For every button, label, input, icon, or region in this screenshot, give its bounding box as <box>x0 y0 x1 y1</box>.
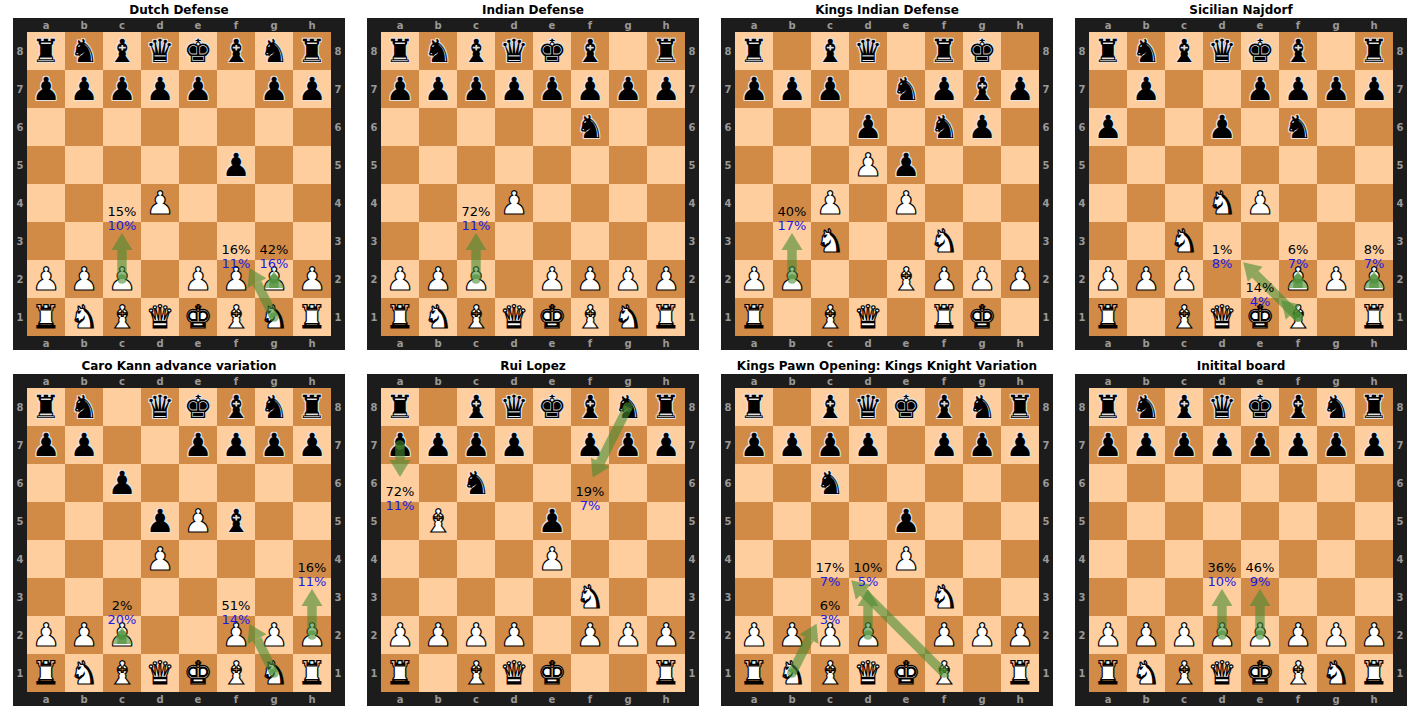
square-b2: ♟ <box>419 616 457 654</box>
square-b7: ♟ <box>773 70 811 108</box>
black-rook-piece: ♜ <box>1001 388 1039 426</box>
square-f7: ♟ <box>571 70 609 108</box>
rank-label-right: 1 <box>1397 668 1404 679</box>
black-rook-piece: ♜ <box>647 32 685 70</box>
square-f2: ♟ <box>571 260 609 298</box>
square-a4 <box>735 540 773 578</box>
white-bishop-piece: ♝ <box>419 502 457 540</box>
square-a4 <box>381 540 419 578</box>
file-label-bottom: d <box>1218 338 1225 349</box>
square-f5: ♟ <box>217 146 255 184</box>
square-g2: ♟ <box>609 260 647 298</box>
pct-secondary-text: 8% <box>1200 257 1244 271</box>
move-stats-label: 72%11% <box>378 485 422 513</box>
square-g6 <box>1317 108 1355 146</box>
black-pawn-piece: ♟ <box>103 464 141 502</box>
square-f2: ♟ <box>1279 616 1317 654</box>
square-d5 <box>1203 146 1241 184</box>
square-c7: ♟ <box>811 426 849 464</box>
rank-label-left: 2 <box>725 274 732 285</box>
pct-primary-text: 8% <box>1352 243 1396 257</box>
square-e3 <box>533 578 571 616</box>
square-g5 <box>609 502 647 540</box>
file-label-top: b <box>434 20 441 31</box>
square-g1 <box>963 654 1001 692</box>
black-king-piece: ♚ <box>179 388 217 426</box>
square-e1: ♚ <box>533 654 571 692</box>
square-g2: ♟ <box>1317 260 1355 298</box>
square-f4 <box>925 540 963 578</box>
square-d7: ♟ <box>495 426 533 464</box>
rank-label-left: 1 <box>725 312 732 323</box>
file-label-top: h <box>1016 20 1023 31</box>
file-label-bottom: b <box>434 694 441 705</box>
square-h1: ♜ <box>1001 654 1039 692</box>
square-d3 <box>141 222 179 260</box>
file-label-bottom: a <box>43 338 50 349</box>
square-g2: ♟ <box>1317 616 1355 654</box>
white-rook-piece: ♜ <box>1089 298 1127 336</box>
file-label-bottom: h <box>662 694 669 705</box>
opening-board-panel: Caro Kann advance variationaabbccddeeffg… <box>2 358 356 706</box>
black-pawn-piece: ♟ <box>1165 426 1203 464</box>
file-label-top: e <box>195 20 202 31</box>
square-g7: ♟ <box>1317 70 1355 108</box>
square-f1: ♝ <box>1279 298 1317 336</box>
square-c6 <box>103 108 141 146</box>
black-knight-piece: ♞ <box>811 464 849 502</box>
black-knight-piece: ♞ <box>609 388 647 426</box>
square-a6 <box>27 464 65 502</box>
rank-label-right: 2 <box>1397 630 1404 641</box>
white-knight-piece: ♞ <box>65 298 103 336</box>
square-b3 <box>65 222 103 260</box>
board-grid: ♜♝♛♜♚♟♟♟♞♟♝♟♟♞♟♟♟♟♟♞♞♟♟♝♟♟♟♜♝♛♜♚ <box>735 32 1039 336</box>
white-pawn-piece: ♟ <box>609 260 647 298</box>
square-h7: ♟ <box>293 426 331 464</box>
black-pawn-piece: ♟ <box>1203 108 1241 146</box>
square-e1: ♚ <box>887 654 925 692</box>
square-b4 <box>773 540 811 578</box>
rank-label-right: 3 <box>1397 592 1404 603</box>
white-pawn-piece: ♟ <box>1001 260 1039 298</box>
square-a8: ♜ <box>735 32 773 70</box>
black-king-piece: ♚ <box>887 388 925 426</box>
rank-label-left: 8 <box>725 46 732 57</box>
white-queen-piece: ♛ <box>495 298 533 336</box>
square-a3 <box>735 578 773 616</box>
square-c8 <box>103 388 141 426</box>
black-pawn-piece: ♟ <box>1279 426 1317 464</box>
rank-label-left: 2 <box>1079 274 1086 285</box>
black-bishop-piece: ♝ <box>457 32 495 70</box>
square-c8: ♝ <box>1165 388 1203 426</box>
rank-label-right: 2 <box>1043 274 1050 285</box>
rank-label-right: 3 <box>1043 592 1050 603</box>
pct-primary-text: 72% <box>378 485 422 499</box>
white-pawn-piece: ♟ <box>179 502 217 540</box>
file-label-top: d <box>864 20 871 31</box>
white-pawn-piece: ♟ <box>609 616 647 654</box>
square-h1: ♜ <box>647 654 685 692</box>
square-a5 <box>27 146 65 184</box>
black-bishop-piece: ♝ <box>811 32 849 70</box>
black-rook-piece: ♜ <box>293 32 331 70</box>
square-c7: ♟ <box>457 70 495 108</box>
white-knight-piece: ♞ <box>65 654 103 692</box>
square-d6 <box>495 464 533 502</box>
square-b1 <box>773 298 811 336</box>
file-label-top: f <box>234 376 238 387</box>
square-g7: ♟ <box>255 426 293 464</box>
square-h4 <box>1355 184 1393 222</box>
square-d7 <box>849 70 887 108</box>
white-pawn-piece: ♟ <box>571 260 609 298</box>
square-g8 <box>609 32 647 70</box>
square-f3: ♞ <box>571 578 609 616</box>
square-a4 <box>1089 184 1127 222</box>
square-g4 <box>609 184 647 222</box>
square-b3 <box>419 222 457 260</box>
white-queen-piece: ♛ <box>1203 654 1241 692</box>
black-pawn-piece: ♟ <box>925 426 963 464</box>
rank-label-right: 6 <box>689 122 696 133</box>
file-label-bottom: b <box>434 338 441 349</box>
board-grid: ♜♝♛♚♝♞♜♟♟♟♟♟♟♟♞♝♟♟♞♟♟♟♟♟♟♟♜♝♛♚♜ <box>381 388 685 692</box>
rank-label-left: 4 <box>1079 198 1086 209</box>
square-b2: ♟ <box>65 616 103 654</box>
white-rook-piece: ♜ <box>27 298 65 336</box>
black-pawn-piece: ♟ <box>1241 426 1279 464</box>
white-knight-piece: ♞ <box>1203 184 1241 222</box>
square-a2: ♟ <box>381 616 419 654</box>
file-label-bottom: c <box>473 694 479 705</box>
square-g6 <box>609 464 647 502</box>
black-pawn-piece: ♟ <box>1317 426 1355 464</box>
square-f6 <box>217 464 255 502</box>
black-pawn-piece: ♟ <box>1127 426 1165 464</box>
square-c2: ♟ <box>1165 616 1203 654</box>
rank-label-left: 5 <box>371 516 378 527</box>
square-b4 <box>65 540 103 578</box>
rank-label-right: 7 <box>335 84 342 95</box>
square-c1: ♝ <box>811 654 849 692</box>
square-b1: ♞ <box>1127 654 1165 692</box>
square-h1: ♜ <box>1355 298 1393 336</box>
rank-label-left: 7 <box>725 440 732 451</box>
file-label-bottom: d <box>864 694 871 705</box>
black-knight-piece: ♞ <box>887 70 925 108</box>
square-b7: ♟ <box>1127 70 1165 108</box>
square-c6 <box>1165 108 1203 146</box>
square-c7: ♟ <box>811 70 849 108</box>
square-b7: ♟ <box>65 70 103 108</box>
square-g3 <box>609 578 647 616</box>
black-pawn-piece: ♟ <box>419 70 457 108</box>
rank-label-left: 4 <box>371 554 378 565</box>
black-pawn-piece: ♟ <box>1127 70 1165 108</box>
square-g6 <box>609 108 647 146</box>
square-a1: ♜ <box>27 298 65 336</box>
square-d1: ♛ <box>141 654 179 692</box>
pct-secondary-text: 16% <box>252 257 296 271</box>
square-b6 <box>419 464 457 502</box>
square-d2: ♟ <box>1203 616 1241 654</box>
square-a3 <box>1089 578 1127 616</box>
square-b3 <box>65 578 103 616</box>
rank-label-left: 6 <box>725 478 732 489</box>
file-label-bottom: c <box>473 338 479 349</box>
square-g1 <box>1317 298 1355 336</box>
square-a1: ♜ <box>27 654 65 692</box>
square-b7: ♟ <box>773 426 811 464</box>
rank-label-left: 8 <box>725 402 732 413</box>
opening-board-panel: Dutch Defenseaabbccddeeffgghh88776655443… <box>2 2 356 350</box>
file-label-top: a <box>1105 376 1112 387</box>
file-label-bottom: e <box>549 694 556 705</box>
square-g1: ♞ <box>255 654 293 692</box>
white-queen-piece: ♛ <box>495 654 533 692</box>
pct-primary-text: 2% <box>100 599 144 613</box>
white-pawn-piece: ♟ <box>1203 616 1241 654</box>
file-label-bottom: h <box>1370 694 1377 705</box>
file-label-top: h <box>1370 376 1377 387</box>
square-f6 <box>217 108 255 146</box>
rank-label-right: 4 <box>335 198 342 209</box>
square-g5 <box>609 146 647 184</box>
file-label-bottom: a <box>751 338 758 349</box>
file-label-top: g <box>978 20 985 31</box>
square-e7: ♟ <box>533 70 571 108</box>
square-h4 <box>1001 540 1039 578</box>
square-e4: ♟ <box>887 184 925 222</box>
black-queen-piece: ♛ <box>141 388 179 426</box>
rank-label-right: 6 <box>1397 478 1404 489</box>
square-c7: ♟ <box>103 70 141 108</box>
white-knight-piece: ♞ <box>255 654 293 692</box>
file-label-top: f <box>942 20 946 31</box>
black-pawn-piece: ♟ <box>1355 70 1393 108</box>
pct-primary-text: 1% <box>1200 243 1244 257</box>
pct-secondary-text: 17% <box>770 219 814 233</box>
square-h6 <box>647 464 685 502</box>
square-a1: ♜ <box>1089 654 1127 692</box>
rank-label-right: 8 <box>689 402 696 413</box>
rank-label-left: 3 <box>371 592 378 603</box>
square-f8: ♝ <box>1279 388 1317 426</box>
white-pawn-piece: ♟ <box>1317 616 1355 654</box>
square-h2: ♟ <box>293 616 331 654</box>
square-a8: ♜ <box>1089 388 1127 426</box>
square-g2: ♟ <box>963 260 1001 298</box>
white-knight-piece: ♞ <box>925 578 963 616</box>
file-label-bottom: c <box>1181 694 1187 705</box>
square-c1: ♝ <box>811 298 849 336</box>
file-label-top: d <box>1218 376 1225 387</box>
white-pawn-piece: ♟ <box>255 616 293 654</box>
rank-label-right: 8 <box>1043 46 1050 57</box>
rank-label-left: 3 <box>725 592 732 603</box>
black-pawn-piece: ♟ <box>381 70 419 108</box>
black-pawn-piece: ♟ <box>65 426 103 464</box>
white-bishop-piece: ♝ <box>811 298 849 336</box>
file-label-bottom: e <box>1257 338 1264 349</box>
square-e2: ♟ <box>1241 616 1279 654</box>
square-b4 <box>1127 540 1165 578</box>
file-label-bottom: b <box>80 338 87 349</box>
square-d8: ♛ <box>849 32 887 70</box>
white-rook-piece: ♜ <box>925 298 963 336</box>
square-d3 <box>495 222 533 260</box>
square-g5 <box>1317 502 1355 540</box>
rank-label-left: 3 <box>17 236 24 247</box>
rank-label-left: 2 <box>371 274 378 285</box>
white-pawn-piece: ♟ <box>1001 616 1039 654</box>
square-a2: ♟ <box>27 616 65 654</box>
white-pawn-piece: ♟ <box>1127 260 1165 298</box>
file-label-top: c <box>827 20 833 31</box>
black-king-piece: ♚ <box>533 388 571 426</box>
pct-primary-text: 42% <box>252 243 296 257</box>
rank-label-left: 5 <box>17 160 24 171</box>
file-label-top: e <box>195 376 202 387</box>
black-pawn-piece: ♟ <box>65 70 103 108</box>
square-g8: ♞ <box>963 388 1001 426</box>
square-g1: ♞ <box>1317 654 1355 692</box>
rank-label-right: 1 <box>1043 668 1050 679</box>
square-d8: ♛ <box>141 32 179 70</box>
black-knight-piece: ♞ <box>1279 108 1317 146</box>
square-c2: ♟ <box>457 260 495 298</box>
rank-label-right: 2 <box>1397 274 1404 285</box>
square-d5: ♟ <box>849 146 887 184</box>
file-label-top: e <box>903 376 910 387</box>
square-f6: ♞ <box>571 108 609 146</box>
board-grid: ♜♝♛♚♝♞♜♟♟♟♟♟♟♟♞♟♟♞♟♟♟♟♟♟♟♜♞♝♛♚♝♜ <box>735 388 1039 692</box>
square-h5 <box>1001 502 1039 540</box>
black-queen-piece: ♛ <box>141 32 179 70</box>
square-f4 <box>1279 540 1317 578</box>
white-knight-piece: ♞ <box>419 298 457 336</box>
pct-primary-text: 17% <box>808 561 852 575</box>
square-f6: ♞ <box>1279 108 1317 146</box>
square-e1 <box>887 298 925 336</box>
rank-label-right: 6 <box>1043 122 1050 133</box>
square-b6 <box>65 108 103 146</box>
black-pawn-piece: ♟ <box>1241 70 1279 108</box>
file-label-bottom: h <box>662 338 669 349</box>
black-pawn-piece: ♟ <box>647 70 685 108</box>
file-label-bottom: h <box>308 338 315 349</box>
black-bishop-piece: ♝ <box>1279 32 1317 70</box>
square-d7 <box>141 426 179 464</box>
black-queen-piece: ♛ <box>1203 32 1241 70</box>
file-label-bottom: f <box>942 338 946 349</box>
square-h7: ♟ <box>1001 426 1039 464</box>
square-e4 <box>533 184 571 222</box>
rank-label-right: 1 <box>1043 312 1050 323</box>
file-label-top: g <box>978 376 985 387</box>
square-d8: ♛ <box>1203 388 1241 426</box>
square-c8: ♝ <box>457 32 495 70</box>
square-f2: ♟ <box>925 260 963 298</box>
black-king-piece: ♚ <box>963 32 1001 70</box>
square-a5 <box>381 146 419 184</box>
square-e1: ♚ <box>179 654 217 692</box>
square-f3 <box>571 222 609 260</box>
opening-board-panel: Indian Defenseaabbccddeeffgghh8877665544… <box>356 2 710 350</box>
square-c7 <box>1165 70 1203 108</box>
opening-board-panel: Initital boardaabbccddeeffgghh8877665544… <box>1064 358 1416 706</box>
rank-label-right: 5 <box>335 516 342 527</box>
pct-secondary-text: 11% <box>454 219 498 233</box>
chess-board-frame: aabbccddeeffgghh8877665544332211♜♞♛♚♝♞♜♟… <box>13 374 345 706</box>
square-d7: ♟ <box>1203 426 1241 464</box>
black-knight-piece: ♞ <box>1317 388 1355 426</box>
black-pawn-piece: ♟ <box>1001 70 1039 108</box>
white-king-piece: ♚ <box>533 654 571 692</box>
black-bishop-piece: ♝ <box>1165 388 1203 426</box>
file-label-bottom: g <box>1332 338 1339 349</box>
square-g7: ♟ <box>609 426 647 464</box>
square-a7: ♟ <box>27 426 65 464</box>
square-f4 <box>571 184 609 222</box>
square-c1: ♝ <box>1165 654 1203 692</box>
move-stats-label: 14%4% <box>1238 281 1282 309</box>
black-pawn-piece: ♟ <box>381 426 419 464</box>
square-c6: ♟ <box>103 464 141 502</box>
square-e8: ♚ <box>533 388 571 426</box>
square-e5 <box>1241 146 1279 184</box>
square-h3 <box>647 578 685 616</box>
file-label-top: h <box>662 376 669 387</box>
file-label-bottom: f <box>942 694 946 705</box>
square-d4 <box>495 540 533 578</box>
square-a7 <box>1089 70 1127 108</box>
square-h1: ♜ <box>293 654 331 692</box>
file-label-bottom: e <box>195 694 202 705</box>
white-bishop-piece: ♝ <box>217 654 255 692</box>
square-h8: ♜ <box>1355 32 1393 70</box>
black-pawn-piece: ♟ <box>103 70 141 108</box>
square-h1: ♜ <box>647 298 685 336</box>
square-c2: ♟ <box>457 616 495 654</box>
square-a1: ♜ <box>381 654 419 692</box>
square-d1: ♛ <box>849 654 887 692</box>
square-e2 <box>179 616 217 654</box>
white-bishop-piece: ♝ <box>1279 654 1317 692</box>
black-bishop-piece: ♝ <box>217 388 255 426</box>
square-d3 <box>495 578 533 616</box>
square-g8: ♞ <box>255 32 293 70</box>
opening-board-panel: Rui Lopezaabbccddeeffgghh887766554433221… <box>356 358 710 706</box>
square-g1: ♞ <box>609 298 647 336</box>
square-b4 <box>1127 184 1165 222</box>
black-king-piece: ♚ <box>1241 388 1279 426</box>
black-bishop-piece: ♝ <box>571 32 609 70</box>
square-h2: ♟ <box>647 616 685 654</box>
black-pawn-piece: ♟ <box>609 426 647 464</box>
black-knight-piece: ♞ <box>457 464 495 502</box>
square-f4 <box>925 184 963 222</box>
black-pawn-piece: ♟ <box>457 70 495 108</box>
rank-label-right: 4 <box>1043 198 1050 209</box>
white-pawn-piece: ♟ <box>141 184 179 222</box>
black-pawn-piece: ♟ <box>255 426 293 464</box>
square-b8 <box>419 388 457 426</box>
file-label-bottom: f <box>588 338 592 349</box>
pct-primary-text: 6% <box>808 599 852 613</box>
